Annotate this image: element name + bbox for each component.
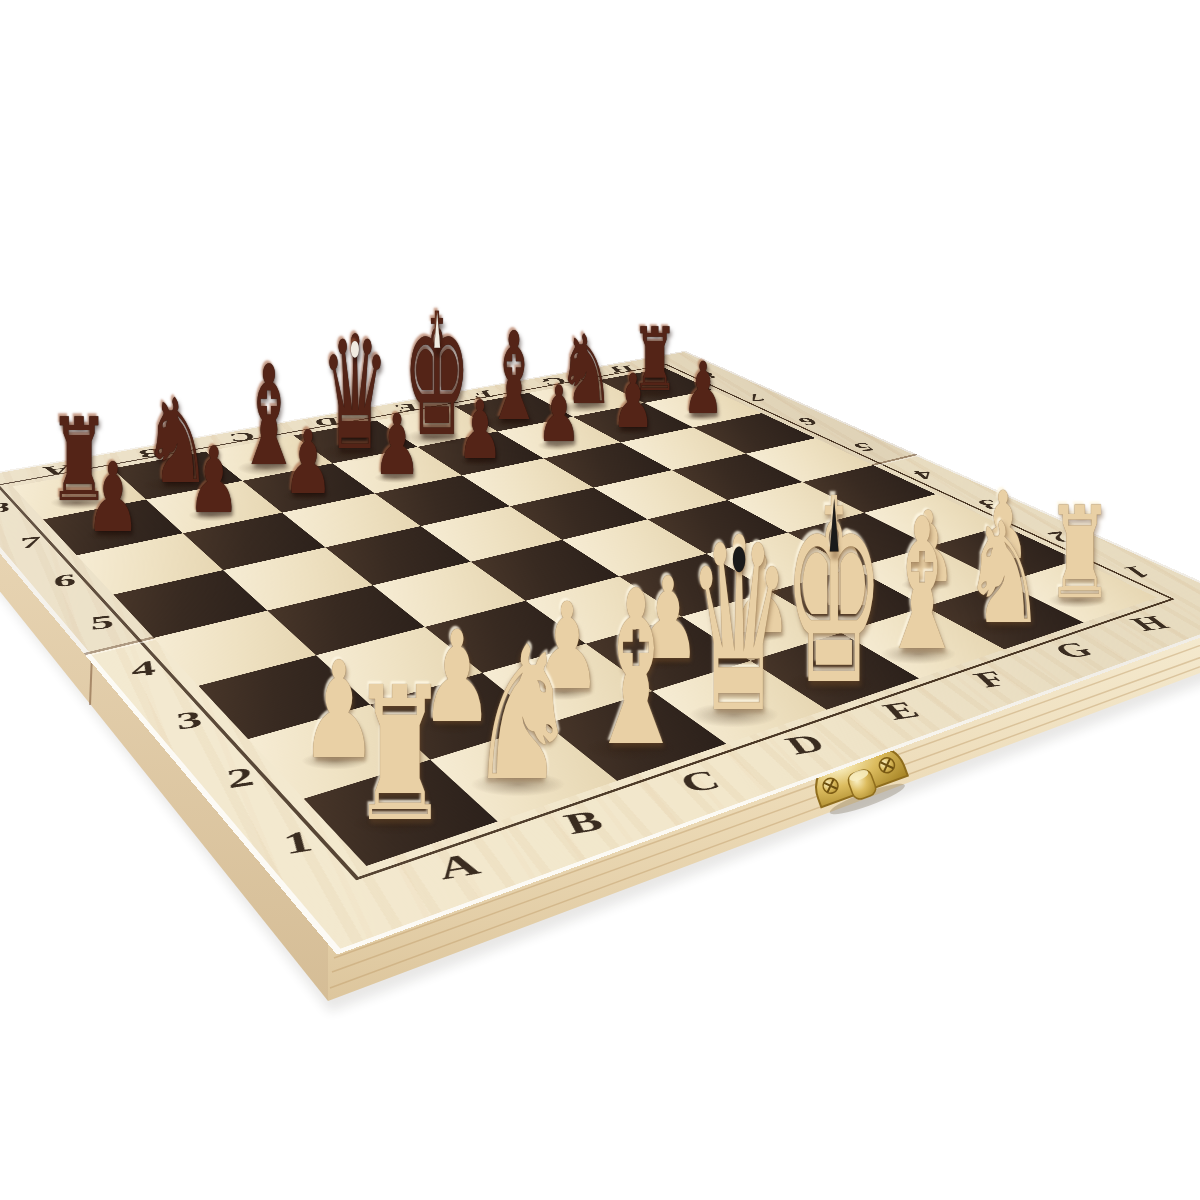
chess-set-photo: 1122334455667788AABBCCDDEEFFGGHH ♜♞♝♛●♚▲… (0, 0, 1200, 1200)
